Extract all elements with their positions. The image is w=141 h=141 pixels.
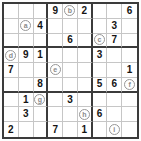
cell-r7c3[interactable]: g xyxy=(34,93,49,108)
cell-r4c4[interactable] xyxy=(48,48,63,63)
given-digit: 6 xyxy=(127,6,133,16)
cell-r4c9[interactable] xyxy=(122,48,137,63)
cell-r5c5[interactable] xyxy=(63,63,78,78)
cell-r9c6[interactable]: 1 xyxy=(78,122,93,137)
cell-r1c1[interactable] xyxy=(4,4,19,19)
cell-r9c7[interactable] xyxy=(93,122,108,137)
cell-r1c3[interactable] xyxy=(34,4,49,19)
cell-r2c3[interactable]: 4 xyxy=(34,19,49,34)
circle-marker-i: i xyxy=(109,124,120,135)
cell-r5c7[interactable] xyxy=(93,63,108,78)
cell-r9c1[interactable]: 2 xyxy=(4,122,19,137)
cell-r5c1[interactable]: 7 xyxy=(4,63,19,78)
circle-marker-e: e xyxy=(50,64,61,75)
cell-r4c6[interactable] xyxy=(78,48,93,63)
cell-r6c6[interactable] xyxy=(78,78,93,93)
cell-r7c6[interactable] xyxy=(78,93,93,108)
cell-r8c2[interactable]: 3 xyxy=(19,107,34,122)
cell-r2c6[interactable] xyxy=(78,19,93,34)
cell-r1c2[interactable] xyxy=(19,4,34,19)
cell-r8c4[interactable] xyxy=(48,107,63,122)
cell-r1c5[interactable]: b xyxy=(63,4,78,19)
given-digit: 1 xyxy=(81,125,87,135)
circle-marker-b: b xyxy=(64,5,75,16)
circle-marker-f: f xyxy=(124,79,135,90)
cell-r3c1[interactable] xyxy=(4,34,19,49)
sudoku-page: 9b26a436c7d9137e1856f1g33h6271i xyxy=(0,0,141,141)
cell-r5c3[interactable] xyxy=(34,63,49,78)
cell-r2c9[interactable] xyxy=(122,19,137,34)
cell-r6c9[interactable]: f xyxy=(122,78,137,93)
cell-r7c8[interactable] xyxy=(107,93,122,108)
given-digit: 6 xyxy=(67,35,73,45)
cell-r3c3[interactable] xyxy=(34,34,49,49)
cell-r3c8[interactable]: 7 xyxy=(107,34,122,49)
cell-r5c9[interactable]: 1 xyxy=(122,63,137,78)
given-digit: 8 xyxy=(37,79,43,89)
cell-r5c6[interactable] xyxy=(78,63,93,78)
circle-marker-d: d xyxy=(5,50,16,61)
circle-marker-h: h xyxy=(79,109,90,120)
cell-r1c4[interactable]: 9 xyxy=(48,4,63,19)
sudoku-board: 9b26a436c7d9137e1856f1g33h6271i xyxy=(2,2,139,139)
given-digit: 1 xyxy=(23,95,29,105)
cell-r3c5[interactable]: 6 xyxy=(63,34,78,49)
cell-r4c3[interactable]: 1 xyxy=(34,48,49,63)
cell-r8c1[interactable] xyxy=(4,107,19,122)
cell-r4c5[interactable] xyxy=(63,48,78,63)
given-digit: 6 xyxy=(112,79,118,89)
cell-r1c7[interactable] xyxy=(93,4,108,19)
given-digit: 3 xyxy=(67,95,73,105)
cell-r6c5[interactable] xyxy=(63,78,78,93)
cell-r5c4[interactable]: e xyxy=(48,63,63,78)
given-digit: 6 xyxy=(97,109,103,119)
cell-r6c7[interactable]: 5 xyxy=(93,78,108,93)
given-digit: 7 xyxy=(52,125,58,135)
given-digit: 1 xyxy=(37,50,43,60)
cell-r3c2[interactable] xyxy=(19,34,34,49)
cell-r1c8[interactable] xyxy=(107,4,122,19)
cell-r6c2[interactable] xyxy=(19,78,34,93)
cell-r4c1[interactable]: d xyxy=(4,48,19,63)
cell-r7c7[interactable] xyxy=(93,93,108,108)
cell-r8c5[interactable] xyxy=(63,107,78,122)
circle-marker-c: c xyxy=(94,34,105,45)
cell-r5c2[interactable] xyxy=(19,63,34,78)
given-digit: 3 xyxy=(112,21,118,31)
cell-r7c9[interactable] xyxy=(122,93,137,108)
cell-r9c4[interactable]: 7 xyxy=(48,122,63,137)
cell-r7c5[interactable]: 3 xyxy=(63,93,78,108)
given-digit: 9 xyxy=(52,6,58,16)
given-digit: 2 xyxy=(8,125,14,135)
cell-r7c1[interactable] xyxy=(4,93,19,108)
cell-r2c2[interactable]: a xyxy=(19,19,34,34)
cell-r2c7[interactable] xyxy=(93,19,108,34)
cell-r6c4[interactable] xyxy=(48,78,63,93)
cell-r2c1[interactable] xyxy=(4,19,19,34)
cell-r8c8[interactable] xyxy=(107,107,122,122)
circle-marker-a: a xyxy=(20,20,31,31)
cell-r5c8[interactable] xyxy=(107,63,122,78)
cell-r9c8[interactable]: i xyxy=(107,122,122,137)
cell-r9c5[interactable] xyxy=(63,122,78,137)
cell-r7c4[interactable] xyxy=(48,93,63,108)
cell-r4c7[interactable]: 3 xyxy=(93,48,108,63)
cell-r9c9[interactable] xyxy=(122,122,137,137)
cell-r9c3[interactable] xyxy=(34,122,49,137)
given-digit: 3 xyxy=(97,50,103,60)
cell-r2c5[interactable] xyxy=(63,19,78,34)
cell-r1c6[interactable]: 2 xyxy=(78,4,93,19)
cell-r4c8[interactable] xyxy=(107,48,122,63)
cell-r3c4[interactable] xyxy=(48,34,63,49)
cell-r4c2[interactable]: 9 xyxy=(19,48,34,63)
cell-r8c3[interactable] xyxy=(34,107,49,122)
cell-r7c2[interactable]: 1 xyxy=(19,93,34,108)
cell-r8c6[interactable]: h xyxy=(78,107,93,122)
cell-r6c3[interactable]: 8 xyxy=(34,78,49,93)
given-digit: 4 xyxy=(37,21,43,31)
cell-r6c1[interactable] xyxy=(4,78,19,93)
given-digit: 3 xyxy=(23,109,29,119)
cell-r2c8[interactable]: 3 xyxy=(107,19,122,34)
cell-r1c9[interactable]: 6 xyxy=(122,4,137,19)
cell-r8c7[interactable]: 6 xyxy=(93,107,108,122)
given-digit: 7 xyxy=(8,65,14,75)
given-digit: 1 xyxy=(127,65,133,75)
given-digit: 7 xyxy=(112,35,118,45)
cell-r3c7[interactable]: c xyxy=(93,34,108,49)
cell-r6c8[interactable]: 6 xyxy=(107,78,122,93)
given-digit: 5 xyxy=(97,79,103,89)
cell-r3c6[interactable] xyxy=(78,34,93,49)
given-digit: 2 xyxy=(81,6,87,16)
given-digit: 9 xyxy=(23,50,29,60)
cell-r8c9[interactable] xyxy=(122,107,137,122)
circle-marker-g: g xyxy=(34,94,45,105)
cell-r3c9[interactable] xyxy=(122,34,137,49)
cell-r2c4[interactable] xyxy=(48,19,63,34)
cell-r9c2[interactable] xyxy=(19,122,34,137)
